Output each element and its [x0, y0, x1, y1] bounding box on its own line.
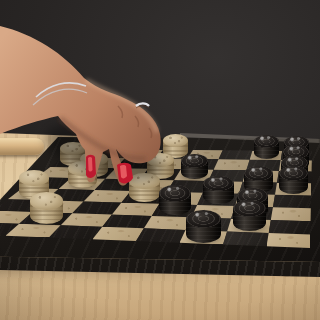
- index-nail-highlight: [120, 165, 127, 179]
- scene: [0, 0, 320, 320]
- thumb-nail-highlight: [88, 157, 93, 172]
- hand-and-arm: [0, 0, 320, 320]
